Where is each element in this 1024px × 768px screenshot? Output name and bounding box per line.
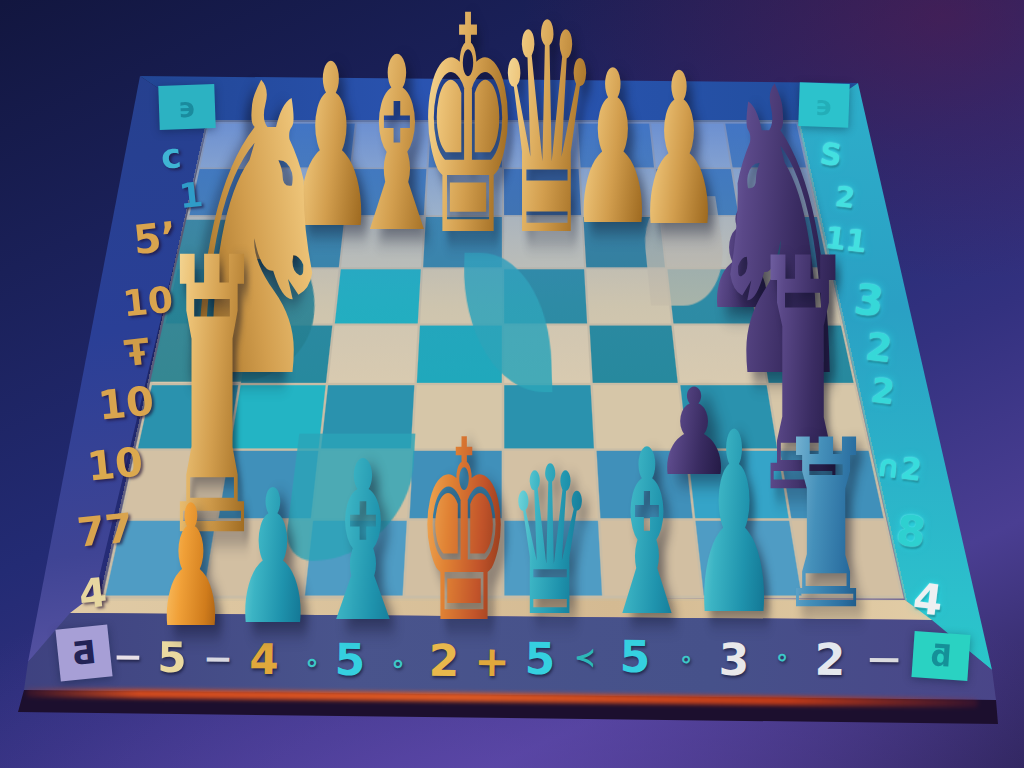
right-label-5: 2 <box>864 328 895 369</box>
right-label-8: 8 <box>894 509 928 554</box>
left-label-8: 77 <box>75 507 135 553</box>
corner-square-bottom-left: Ƌ <box>55 624 112 681</box>
front-bishop[interactable]: ♝ <box>600 420 694 648</box>
right-label-9: 4 <box>911 577 945 622</box>
left-label-6: 10 <box>96 380 156 426</box>
right-label-7: ∩2 <box>875 450 924 485</box>
left-label-9: 4 <box>77 572 109 615</box>
corner-square-bottom-right: ƌ <box>911 631 970 681</box>
front-pawn[interactable]: ♟ <box>232 466 315 651</box>
front-rook[interactable]: ♜ <box>778 410 874 642</box>
front-king[interactable]: ♚ <box>417 408 511 658</box>
bottom-label-1: − <box>113 639 144 675</box>
front-bishop[interactable]: ♝ <box>312 433 415 653</box>
front-pawn[interactable]: ♟ <box>155 483 227 651</box>
front-pawn[interactable]: ♟ <box>689 400 779 650</box>
left-label-7: 10 <box>85 441 145 487</box>
corner-glyph: Ƌ <box>70 633 98 673</box>
corner-glyph: ƌ <box>929 638 952 673</box>
front-queen[interactable]: ♛ <box>508 440 593 645</box>
left-label-5: Ŧ <box>123 334 151 372</box>
chess-artwork-scene: ϶϶Ƌƌ c15’10Ŧ1010774 S211322∩284 −5−4∘5∘2… <box>0 0 1024 768</box>
